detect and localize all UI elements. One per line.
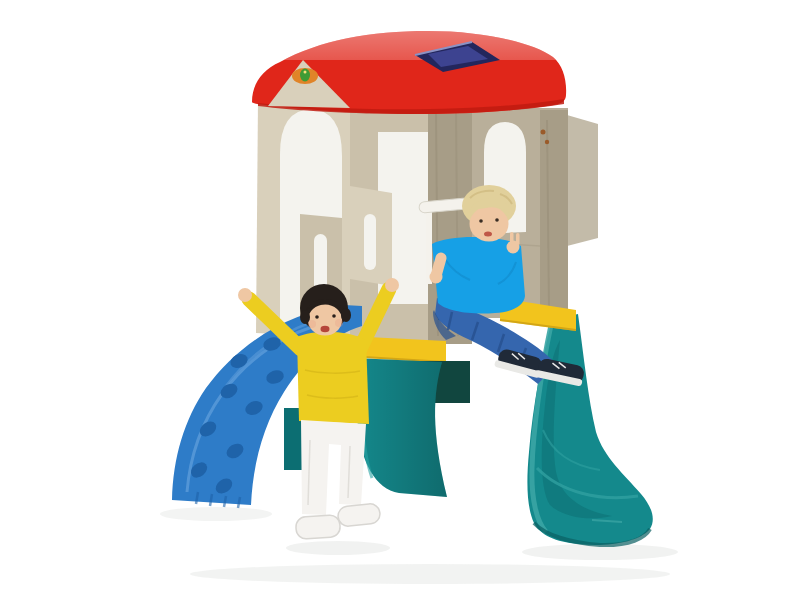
hinge-dot [541,130,546,135]
girl-shoe-left [295,514,340,539]
badge-dot [304,71,307,74]
girl-blush [308,320,316,328]
boy-eye [479,219,483,223]
photo-canvas [0,0,800,600]
right-corner-column [540,110,568,318]
girl-shoe-right [337,503,381,527]
girl-shadow [286,541,390,555]
girl-mouth [321,326,330,332]
climber-shadow [160,507,272,521]
boy-eye [495,218,499,222]
half-wall-slot [364,214,376,270]
hinge-dot [545,140,549,144]
badge-center [300,69,310,82]
girl-right-hand [385,278,399,292]
right-side-wall [567,115,598,246]
girl-hair-side [300,310,310,324]
girl-eye [332,314,336,318]
main-ground-shadow [190,564,670,584]
playhouse-product-photo [0,0,800,600]
brand-badge [292,68,318,84]
girl-eye [315,315,319,319]
boy-mouth [484,232,492,237]
girl-hair-side [341,308,351,322]
girl-blush [335,319,343,327]
girl-left-hand [238,288,252,302]
boy-finger [510,232,514,245]
boy-finger [516,233,520,245]
boy-left-hand [430,271,443,284]
girl-sweater [297,332,369,424]
